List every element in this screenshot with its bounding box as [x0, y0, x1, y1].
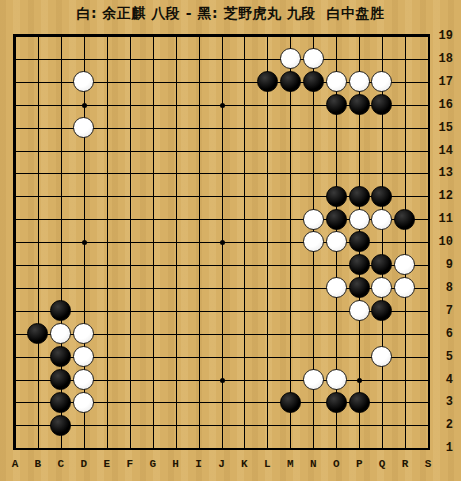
board-cell-D1[interactable]: [72, 437, 95, 460]
board-cell-J15[interactable]: [210, 116, 233, 139]
board-cell-A2[interactable]: [4, 414, 27, 437]
board-cell-M9[interactable]: [279, 253, 302, 276]
board-cell-K16[interactable]: [233, 93, 256, 116]
board-cell-E16[interactable]: [95, 93, 118, 116]
board-cell-C16[interactable]: [49, 93, 72, 116]
board-cell-J4[interactable]: [210, 368, 233, 391]
board-cell-D8[interactable]: [72, 276, 95, 299]
board-cell-H19[interactable]: [164, 25, 187, 48]
board-cell-N3[interactable]: [302, 391, 325, 414]
board-cell-D7[interactable]: [72, 299, 95, 322]
board-cell-C13[interactable]: [49, 162, 72, 185]
board-cell-I14[interactable]: [187, 139, 210, 162]
board-cell-H7[interactable]: [164, 299, 187, 322]
board-cell-B9[interactable]: [26, 253, 49, 276]
board-cell-N4[interactable]: [302, 368, 325, 391]
board-cell-C4[interactable]: [49, 368, 72, 391]
board-cell-B7[interactable]: [26, 299, 49, 322]
board-cell-L1[interactable]: [256, 437, 279, 460]
board-cell-F5[interactable]: [118, 345, 141, 368]
board-cell-N8[interactable]: [302, 276, 325, 299]
board-cell-M4[interactable]: [279, 368, 302, 391]
board-cell-J16[interactable]: [210, 93, 233, 116]
board-cell-F17[interactable]: [118, 70, 141, 93]
board-cell-C1[interactable]: [49, 437, 72, 460]
board-cell-M17[interactable]: [279, 70, 302, 93]
board-cell-E8[interactable]: [95, 276, 118, 299]
board-cell-E18[interactable]: [95, 47, 118, 70]
board-cell-Q12[interactable]: [371, 185, 394, 208]
board-cell-R10[interactable]: [393, 231, 416, 254]
board-cell-K5[interactable]: [233, 345, 256, 368]
board-cell-P18[interactable]: [348, 47, 371, 70]
board-cell-B13[interactable]: [26, 162, 49, 185]
board-cell-K3[interactable]: [233, 391, 256, 414]
board-cell-C19[interactable]: [49, 25, 72, 48]
board-cell-K6[interactable]: [233, 322, 256, 345]
board-cell-Q4[interactable]: [371, 368, 394, 391]
board-cell-D11[interactable]: [72, 208, 95, 231]
board-cell-Q16[interactable]: [371, 93, 394, 116]
board-cell-N18[interactable]: [302, 47, 325, 70]
board-cell-I2[interactable]: [187, 414, 210, 437]
board-cell-D10[interactable]: [72, 231, 95, 254]
board-cell-C18[interactable]: [49, 47, 72, 70]
board-cell-B17[interactable]: [26, 70, 49, 93]
board-cell-N2[interactable]: [302, 414, 325, 437]
board-cell-K17[interactable]: [233, 70, 256, 93]
board-cell-P6[interactable]: [348, 322, 371, 345]
board-cell-F12[interactable]: [118, 185, 141, 208]
board-cell-P16[interactable]: [348, 93, 371, 116]
board-cell-N17[interactable]: [302, 70, 325, 93]
board-cell-H10[interactable]: [164, 231, 187, 254]
board-cell-K19[interactable]: [233, 25, 256, 48]
board-cell-I4[interactable]: [187, 368, 210, 391]
board-cell-D9[interactable]: [72, 253, 95, 276]
board-cell-L12[interactable]: [256, 185, 279, 208]
board-cell-N14[interactable]: [302, 139, 325, 162]
board-cell-B5[interactable]: [26, 345, 49, 368]
board-cell-M3[interactable]: [279, 391, 302, 414]
board-cell-B4[interactable]: [26, 368, 49, 391]
board-cell-L6[interactable]: [256, 322, 279, 345]
board-cell-C11[interactable]: [49, 208, 72, 231]
board-cell-J1[interactable]: [210, 437, 233, 460]
board-cell-R12[interactable]: [393, 185, 416, 208]
board-cell-P12[interactable]: [348, 185, 371, 208]
board-cell-H5[interactable]: [164, 345, 187, 368]
board-cell-P9[interactable]: [348, 253, 371, 276]
board-cell-F6[interactable]: [118, 322, 141, 345]
board-cell-G5[interactable]: [141, 345, 164, 368]
board-cell-I16[interactable]: [187, 93, 210, 116]
board-cell-H6[interactable]: [164, 322, 187, 345]
board-cell-P19[interactable]: [348, 25, 371, 48]
board-cell-E7[interactable]: [95, 299, 118, 322]
board-cell-G12[interactable]: [141, 185, 164, 208]
board-cell-O6[interactable]: [325, 322, 348, 345]
board-cell-M7[interactable]: [279, 299, 302, 322]
board-cell-Q11[interactable]: [371, 208, 394, 231]
board-cell-Q1[interactable]: [371, 437, 394, 460]
board-cell-B14[interactable]: [26, 139, 49, 162]
board-cell-I8[interactable]: [187, 276, 210, 299]
board-cell-Q3[interactable]: [371, 391, 394, 414]
board-cell-L17[interactable]: [256, 70, 279, 93]
board-cell-F15[interactable]: [118, 116, 141, 139]
board-cell-Q9[interactable]: [371, 253, 394, 276]
board-cell-P11[interactable]: [348, 208, 371, 231]
board-cell-H4[interactable]: [164, 368, 187, 391]
board-cell-A11[interactable]: [4, 208, 27, 231]
board-cell-C12[interactable]: [49, 185, 72, 208]
board-cell-J14[interactable]: [210, 139, 233, 162]
board-cell-Q6[interactable]: [371, 322, 394, 345]
board-cell-D19[interactable]: [72, 25, 95, 48]
board-cell-F1[interactable]: [118, 437, 141, 460]
board-cell-M12[interactable]: [279, 185, 302, 208]
board-cell-M8[interactable]: [279, 276, 302, 299]
board-cell-P14[interactable]: [348, 139, 371, 162]
board-cell-G9[interactable]: [141, 253, 164, 276]
board-cell-G13[interactable]: [141, 162, 164, 185]
board-cell-E11[interactable]: [95, 208, 118, 231]
board-cell-P2[interactable]: [348, 414, 371, 437]
board-cell-A18[interactable]: [4, 47, 27, 70]
board-cell-B16[interactable]: [26, 93, 49, 116]
board-cell-B1[interactable]: [26, 437, 49, 460]
board-cell-G11[interactable]: [141, 208, 164, 231]
board-cell-Q7[interactable]: [371, 299, 394, 322]
board-cell-M18[interactable]: [279, 47, 302, 70]
board-cell-H8[interactable]: [164, 276, 187, 299]
board-cell-A1[interactable]: [4, 437, 27, 460]
board-cell-I9[interactable]: [187, 253, 210, 276]
board-cell-B2[interactable]: [26, 414, 49, 437]
board-cell-L8[interactable]: [256, 276, 279, 299]
board-cell-N9[interactable]: [302, 253, 325, 276]
board-cell-N5[interactable]: [302, 345, 325, 368]
board-cell-O10[interactable]: [325, 231, 348, 254]
board-cell-I19[interactable]: [187, 25, 210, 48]
board-cell-O4[interactable]: [325, 368, 348, 391]
board-cell-K11[interactable]: [233, 208, 256, 231]
board-cell-B6[interactable]: [26, 322, 49, 345]
board-cell-N19[interactable]: [302, 25, 325, 48]
board-cell-R7[interactable]: [393, 299, 416, 322]
board-cell-G7[interactable]: [141, 299, 164, 322]
board-cell-O9[interactable]: [325, 253, 348, 276]
board-cell-R11[interactable]: [393, 208, 416, 231]
board-cell-Q15[interactable]: [371, 116, 394, 139]
board-cell-K12[interactable]: [233, 185, 256, 208]
board-cell-I10[interactable]: [187, 231, 210, 254]
board-cell-G8[interactable]: [141, 276, 164, 299]
board-cell-Q5[interactable]: [371, 345, 394, 368]
board-cell-G14[interactable]: [141, 139, 164, 162]
board-cell-D18[interactable]: [72, 47, 95, 70]
board-cell-P8[interactable]: [348, 276, 371, 299]
board-cell-K10[interactable]: [233, 231, 256, 254]
board-cell-N12[interactable]: [302, 185, 325, 208]
board-cell-D3[interactable]: [72, 391, 95, 414]
board-cell-P1[interactable]: [348, 437, 371, 460]
board-cell-M13[interactable]: [279, 162, 302, 185]
board-cell-Q17[interactable]: [371, 70, 394, 93]
board-cell-J5[interactable]: [210, 345, 233, 368]
board-cell-A9[interactable]: [4, 253, 27, 276]
board-cell-F7[interactable]: [118, 299, 141, 322]
board-cell-I7[interactable]: [187, 299, 210, 322]
board-cell-L11[interactable]: [256, 208, 279, 231]
board-cell-M15[interactable]: [279, 116, 302, 139]
board-cell-C2[interactable]: [49, 414, 72, 437]
board-cell-N15[interactable]: [302, 116, 325, 139]
board-cell-O19[interactable]: [325, 25, 348, 48]
board-cell-B12[interactable]: [26, 185, 49, 208]
board-cell-R16[interactable]: [393, 93, 416, 116]
board-cell-K1[interactable]: [233, 437, 256, 460]
board-cell-P15[interactable]: [348, 116, 371, 139]
board-cell-H18[interactable]: [164, 47, 187, 70]
board-cell-R6[interactable]: [393, 322, 416, 345]
board-cell-L2[interactable]: [256, 414, 279, 437]
board-cell-D6[interactable]: [72, 322, 95, 345]
board-cell-O2[interactable]: [325, 414, 348, 437]
board-cell-E5[interactable]: [95, 345, 118, 368]
board-cell-H17[interactable]: [164, 70, 187, 93]
board-cell-G1[interactable]: [141, 437, 164, 460]
board-cell-H13[interactable]: [164, 162, 187, 185]
board-cell-N6[interactable]: [302, 322, 325, 345]
board-cell-E9[interactable]: [95, 253, 118, 276]
board-cell-I11[interactable]: [187, 208, 210, 231]
board-cell-N10[interactable]: [302, 231, 325, 254]
board-cell-G18[interactable]: [141, 47, 164, 70]
board-cell-G2[interactable]: [141, 414, 164, 437]
board-cell-H9[interactable]: [164, 253, 187, 276]
board-cell-N11[interactable]: [302, 208, 325, 231]
board-cell-E14[interactable]: [95, 139, 118, 162]
board-cell-H12[interactable]: [164, 185, 187, 208]
board-cell-O18[interactable]: [325, 47, 348, 70]
board-cell-J19[interactable]: [210, 25, 233, 48]
board-cell-F16[interactable]: [118, 93, 141, 116]
board-cell-D13[interactable]: [72, 162, 95, 185]
board-cell-R1[interactable]: [393, 437, 416, 460]
board-cell-Q19[interactable]: [371, 25, 394, 48]
board-cell-J8[interactable]: [210, 276, 233, 299]
board-cell-A14[interactable]: [4, 139, 27, 162]
board-cell-E4[interactable]: [95, 368, 118, 391]
board-cell-I18[interactable]: [187, 47, 210, 70]
board-cell-N1[interactable]: [302, 437, 325, 460]
board-cell-O7[interactable]: [325, 299, 348, 322]
board-cell-I3[interactable]: [187, 391, 210, 414]
board-cell-Q13[interactable]: [371, 162, 394, 185]
board-cell-C14[interactable]: [49, 139, 72, 162]
board-cell-K2[interactable]: [233, 414, 256, 437]
board-cell-Q18[interactable]: [371, 47, 394, 70]
board-cell-H2[interactable]: [164, 414, 187, 437]
board-cell-H16[interactable]: [164, 93, 187, 116]
board-cell-B18[interactable]: [26, 47, 49, 70]
board-cell-L13[interactable]: [256, 162, 279, 185]
board-cell-C6[interactable]: [49, 322, 72, 345]
board-cell-G17[interactable]: [141, 70, 164, 93]
board-cell-G3[interactable]: [141, 391, 164, 414]
board-cell-A17[interactable]: [4, 70, 27, 93]
board-cell-N13[interactable]: [302, 162, 325, 185]
board-cell-E17[interactable]: [95, 70, 118, 93]
board-cell-K4[interactable]: [233, 368, 256, 391]
board-cell-F8[interactable]: [118, 276, 141, 299]
board-cell-Q10[interactable]: [371, 231, 394, 254]
board-cell-M14[interactable]: [279, 139, 302, 162]
board-cell-L3[interactable]: [256, 391, 279, 414]
board-cell-C5[interactable]: [49, 345, 72, 368]
board-cell-K15[interactable]: [233, 116, 256, 139]
board-cell-F3[interactable]: [118, 391, 141, 414]
board-cell-O1[interactable]: [325, 437, 348, 460]
board-cell-H11[interactable]: [164, 208, 187, 231]
board-cell-R19[interactable]: [393, 25, 416, 48]
board-cell-A4[interactable]: [4, 368, 27, 391]
board-cell-R3[interactable]: [393, 391, 416, 414]
board-cell-F11[interactable]: [118, 208, 141, 231]
board-cell-K9[interactable]: [233, 253, 256, 276]
board-cell-C9[interactable]: [49, 253, 72, 276]
board-cell-N7[interactable]: [302, 299, 325, 322]
board-cell-R8[interactable]: [393, 276, 416, 299]
board-cell-E10[interactable]: [95, 231, 118, 254]
board-cell-G6[interactable]: [141, 322, 164, 345]
board-cell-M11[interactable]: [279, 208, 302, 231]
board-cell-L7[interactable]: [256, 299, 279, 322]
board-cell-L16[interactable]: [256, 93, 279, 116]
board-cell-M1[interactable]: [279, 437, 302, 460]
board-cell-F19[interactable]: [118, 25, 141, 48]
board-cell-M5[interactable]: [279, 345, 302, 368]
board-cell-J3[interactable]: [210, 391, 233, 414]
board-cell-R17[interactable]: [393, 70, 416, 93]
board-cell-O12[interactable]: [325, 185, 348, 208]
board-cell-K14[interactable]: [233, 139, 256, 162]
board-cell-K7[interactable]: [233, 299, 256, 322]
board-cell-F14[interactable]: [118, 139, 141, 162]
board-cell-E12[interactable]: [95, 185, 118, 208]
board-cell-P17[interactable]: [348, 70, 371, 93]
board-cell-E3[interactable]: [95, 391, 118, 414]
board-cell-L19[interactable]: [256, 25, 279, 48]
board-cell-P13[interactable]: [348, 162, 371, 185]
board-cell-K8[interactable]: [233, 276, 256, 299]
board-cell-A16[interactable]: [4, 93, 27, 116]
board-cell-F13[interactable]: [118, 162, 141, 185]
board-cell-J2[interactable]: [210, 414, 233, 437]
board-cell-M16[interactable]: [279, 93, 302, 116]
board-cell-I5[interactable]: [187, 345, 210, 368]
board-cell-K18[interactable]: [233, 47, 256, 70]
board-cell-M2[interactable]: [279, 414, 302, 437]
board-cell-D16[interactable]: [72, 93, 95, 116]
board-cell-A6[interactable]: [4, 322, 27, 345]
board-cell-F4[interactable]: [118, 368, 141, 391]
board-cell-C10[interactable]: [49, 231, 72, 254]
board-cell-E15[interactable]: [95, 116, 118, 139]
board-cell-E6[interactable]: [95, 322, 118, 345]
board-cell-R14[interactable]: [393, 139, 416, 162]
board-cell-D17[interactable]: [72, 70, 95, 93]
board-cell-G19[interactable]: [141, 25, 164, 48]
board-cell-R15[interactable]: [393, 116, 416, 139]
board-cell-I12[interactable]: [187, 185, 210, 208]
board-cell-L9[interactable]: [256, 253, 279, 276]
board-cell-O13[interactable]: [325, 162, 348, 185]
board-cell-D2[interactable]: [72, 414, 95, 437]
board-cell-D4[interactable]: [72, 368, 95, 391]
board-cell-B8[interactable]: [26, 276, 49, 299]
board-cell-A10[interactable]: [4, 231, 27, 254]
board-cell-J13[interactable]: [210, 162, 233, 185]
board-cell-G10[interactable]: [141, 231, 164, 254]
board-cell-O5[interactable]: [325, 345, 348, 368]
board-cell-L14[interactable]: [256, 139, 279, 162]
board-cell-A3[interactable]: [4, 391, 27, 414]
board-cell-O11[interactable]: [325, 208, 348, 231]
board-cell-E1[interactable]: [95, 437, 118, 460]
board-cell-F2[interactable]: [118, 414, 141, 437]
board-cell-O16[interactable]: [325, 93, 348, 116]
board-cell-J12[interactable]: [210, 185, 233, 208]
board-cell-L5[interactable]: [256, 345, 279, 368]
board-cell-B19[interactable]: [26, 25, 49, 48]
board-cell-D14[interactable]: [72, 139, 95, 162]
board-cell-A8[interactable]: [4, 276, 27, 299]
board-cell-F10[interactable]: [118, 231, 141, 254]
board-cell-I13[interactable]: [187, 162, 210, 185]
board-cell-Q8[interactable]: [371, 276, 394, 299]
board-cell-R5[interactable]: [393, 345, 416, 368]
board-cell-P3[interactable]: [348, 391, 371, 414]
board-cell-O15[interactable]: [325, 116, 348, 139]
board-cell-L15[interactable]: [256, 116, 279, 139]
board-cell-G4[interactable]: [141, 368, 164, 391]
board-cell-C3[interactable]: [49, 391, 72, 414]
board-cell-F18[interactable]: [118, 47, 141, 70]
board-cell-R18[interactable]: [393, 47, 416, 70]
board-cell-I1[interactable]: [187, 437, 210, 460]
board-cell-L4[interactable]: [256, 368, 279, 391]
board-cell-A5[interactable]: [4, 345, 27, 368]
board-cell-O3[interactable]: [325, 391, 348, 414]
board-cell-I6[interactable]: [187, 322, 210, 345]
board-cell-M19[interactable]: [279, 25, 302, 48]
board-cell-H1[interactable]: [164, 437, 187, 460]
board-cell-L10[interactable]: [256, 231, 279, 254]
board-cell-P7[interactable]: [348, 299, 371, 322]
board-cell-E2[interactable]: [95, 414, 118, 437]
board-cell-I17[interactable]: [187, 70, 210, 93]
board-cell-C15[interactable]: [49, 116, 72, 139]
board-cell-D12[interactable]: [72, 185, 95, 208]
board-cell-L18[interactable]: [256, 47, 279, 70]
board-cell-A12[interactable]: [4, 185, 27, 208]
board-cell-R9[interactable]: [393, 253, 416, 276]
board-cell-G15[interactable]: [141, 116, 164, 139]
board-cell-O8[interactable]: [325, 276, 348, 299]
